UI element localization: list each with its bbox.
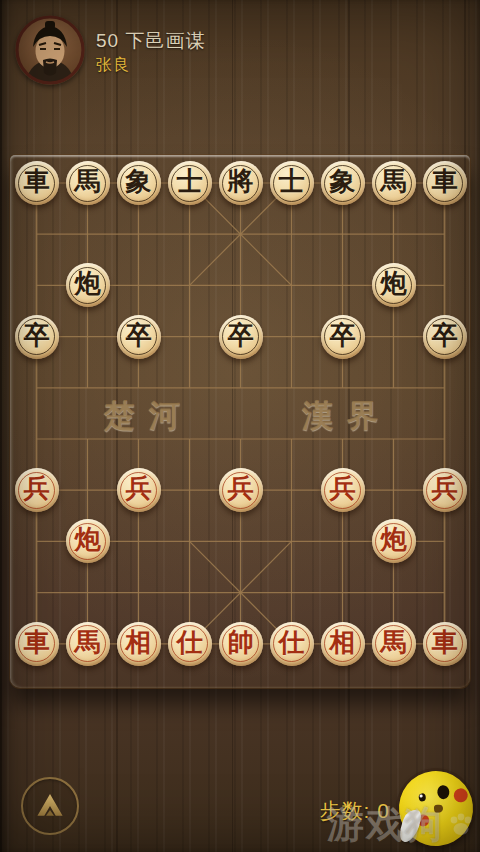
piece-glyph: 馬 xyxy=(75,630,101,658)
piece-red[interactable]: 相 xyxy=(321,622,365,666)
xiangqi-board[interactable]: 楚河 漢界 車馬象士將士象馬車炮炮卒卒卒卒卒兵兵兵兵兵炮炮車馬相仕帥仕相馬車 xyxy=(10,155,470,688)
chick-right-cheek-icon xyxy=(453,788,468,803)
piece-glyph: 仕 xyxy=(279,630,305,658)
piece-glyph: 兵 xyxy=(330,476,356,504)
piece-glyph: 相 xyxy=(126,630,152,658)
steps-label: 步数: xyxy=(319,799,370,822)
menu-button[interactable] xyxy=(21,777,79,835)
app-screen: 50 下邑画谋 张良 楚河 漢界 車馬象士將士象馬車炮炮卒卒卒卒卒兵兵兵兵兵炮炮… xyxy=(0,0,480,852)
piece-glyph: 炮 xyxy=(381,271,407,299)
piece-glyph: 卒 xyxy=(24,323,50,351)
piece-black[interactable]: 象 xyxy=(321,161,365,205)
piece-black[interactable]: 車 xyxy=(423,161,467,205)
piece-red[interactable]: 兵 xyxy=(15,468,59,512)
piece-glyph: 馬 xyxy=(381,169,407,197)
piece-glyph: 相 xyxy=(330,630,356,658)
piece-glyph: 卒 xyxy=(126,323,152,351)
piece-glyph: 馬 xyxy=(381,630,407,658)
piece-red[interactable]: 車 xyxy=(423,622,467,666)
piece-black[interactable]: 卒 xyxy=(321,315,365,359)
chick-right-eye-icon xyxy=(437,785,450,800)
chick-left-eye-icon xyxy=(418,793,426,802)
avatar xyxy=(15,15,85,85)
piece-black[interactable]: 象 xyxy=(117,161,161,205)
piece-black[interactable]: 將 xyxy=(219,161,263,205)
piece-black[interactable]: 馬 xyxy=(66,161,110,205)
piece-black[interactable]: 卒 xyxy=(15,315,59,359)
piece-glyph: 炮 xyxy=(381,527,407,555)
piece-red[interactable]: 兵 xyxy=(117,468,161,512)
level-title: 50 下邑画谋 xyxy=(96,28,205,54)
piece-glyph: 象 xyxy=(126,169,152,197)
piece-red[interactable]: 馬 xyxy=(66,622,110,666)
piece-glyph: 兵 xyxy=(432,476,458,504)
piece-glyph: 卒 xyxy=(330,323,356,351)
piece-glyph: 車 xyxy=(432,630,458,658)
piece-glyph: 士 xyxy=(279,169,305,197)
piece-red[interactable]: 仕 xyxy=(168,622,212,666)
piece-glyph: 象 xyxy=(330,169,356,197)
piece-black[interactable]: 炮 xyxy=(372,263,416,307)
piece-red[interactable]: 兵 xyxy=(321,468,365,512)
piece-glyph: 馬 xyxy=(75,169,101,197)
piece-glyph: 炮 xyxy=(75,271,101,299)
piece-red[interactable]: 馬 xyxy=(372,622,416,666)
piece-red[interactable]: 兵 xyxy=(219,468,263,512)
piece-red[interactable]: 炮 xyxy=(66,519,110,563)
river-label-right: 漢界 xyxy=(260,395,420,437)
piece-glyph: 仕 xyxy=(177,630,203,658)
chick-mascot-button[interactable] xyxy=(395,767,476,849)
piece-glyph: 車 xyxy=(24,630,50,658)
piece-black[interactable]: 卒 xyxy=(117,315,161,359)
piece-red[interactable]: 車 xyxy=(15,622,59,666)
piece-glyph: 兵 xyxy=(126,476,152,504)
piece-glyph: 兵 xyxy=(228,476,254,504)
piece-red[interactable]: 兵 xyxy=(423,468,467,512)
river-label-left: 楚河 xyxy=(62,395,222,437)
piece-black[interactable]: 士 xyxy=(168,161,212,205)
zhang-liang-portrait-icon xyxy=(15,15,85,85)
chick-mouth-icon xyxy=(434,804,444,813)
piece-glyph: 卒 xyxy=(432,323,458,351)
piece-black[interactable]: 士 xyxy=(270,161,314,205)
piece-red[interactable]: 相 xyxy=(117,622,161,666)
piece-red[interactable]: 帥 xyxy=(219,622,263,666)
piece-glyph: 炮 xyxy=(75,527,101,555)
piece-black[interactable]: 車 xyxy=(15,161,59,205)
player-name: 张良 xyxy=(96,55,130,76)
piece-glyph: 車 xyxy=(24,169,50,197)
piece-black[interactable]: 卒 xyxy=(423,315,467,359)
piece-red[interactable]: 炮 xyxy=(372,519,416,563)
piece-black[interactable]: 炮 xyxy=(66,263,110,307)
piece-glyph: 將 xyxy=(228,169,254,197)
chevron-up-icon xyxy=(30,786,70,826)
piece-black[interactable]: 卒 xyxy=(219,315,263,359)
piece-glyph: 士 xyxy=(177,169,203,197)
piece-black[interactable]: 馬 xyxy=(372,161,416,205)
step-counter: 步数:0 xyxy=(240,797,390,825)
piece-red[interactable]: 仕 xyxy=(270,622,314,666)
steps-value: 0 xyxy=(377,799,390,822)
header: 50 下邑画谋 张良 xyxy=(0,0,480,100)
piece-glyph: 兵 xyxy=(24,476,50,504)
piece-glyph: 車 xyxy=(432,169,458,197)
piece-glyph: 卒 xyxy=(228,323,254,351)
piece-glyph: 帥 xyxy=(228,630,254,658)
